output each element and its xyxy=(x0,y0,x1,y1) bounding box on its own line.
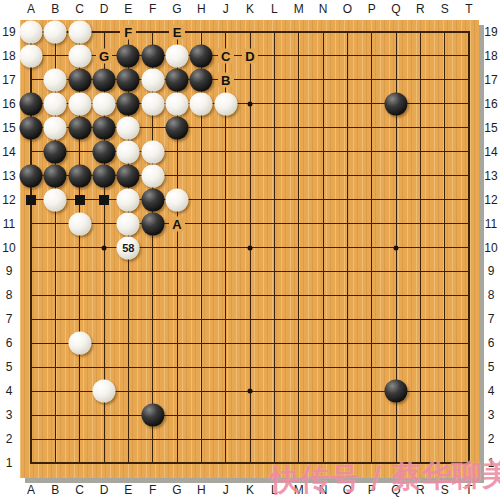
coord-label: 18 xyxy=(2,49,15,63)
coord-label: G xyxy=(172,483,181,497)
coord-label: 3 xyxy=(488,408,495,422)
coord-label: D xyxy=(100,2,109,16)
square-marker xyxy=(75,195,85,205)
black-stone xyxy=(190,68,213,91)
white-stone xyxy=(44,92,67,115)
coord-label: D xyxy=(100,483,109,497)
star-point xyxy=(248,101,253,106)
coord-label: 1 xyxy=(6,456,13,470)
white-stone xyxy=(166,44,189,67)
white-stone xyxy=(93,92,116,115)
coord-label: 12 xyxy=(2,193,15,207)
coord-label: A xyxy=(27,483,35,497)
white-stone xyxy=(117,140,140,163)
coord-label: J xyxy=(223,2,229,16)
black-stone xyxy=(68,164,91,187)
coord-label: 7 xyxy=(488,312,495,326)
white-stone xyxy=(20,44,43,67)
coord-label: 15 xyxy=(484,121,497,135)
coord-label: K xyxy=(246,483,254,497)
coord-label: 16 xyxy=(484,97,497,111)
white-stone xyxy=(141,164,164,187)
white-stone xyxy=(117,188,140,211)
coord-label: B xyxy=(51,2,59,16)
coord-label: 10 xyxy=(2,241,15,255)
white-stone xyxy=(68,21,91,44)
black-stone xyxy=(20,92,43,115)
coord-label: 2 xyxy=(488,432,495,446)
star-point xyxy=(248,245,253,250)
coord-label: R xyxy=(416,2,425,16)
coord-label: 17 xyxy=(2,73,15,87)
coord-label: E xyxy=(124,2,132,16)
star-point xyxy=(102,245,107,250)
white-stone xyxy=(68,212,91,235)
coord-label: O xyxy=(343,2,352,16)
square-marker xyxy=(99,195,109,205)
coord-label: 11 xyxy=(485,217,497,231)
star-point xyxy=(248,389,253,394)
black-stone xyxy=(20,164,43,187)
black-stone xyxy=(385,92,408,115)
coord-label: B xyxy=(51,483,59,497)
coord-label: H xyxy=(197,2,206,16)
coord-label: N xyxy=(319,2,328,16)
coord-label: E xyxy=(124,483,132,497)
coord-label: Q xyxy=(391,2,400,16)
black-stone xyxy=(141,404,164,427)
white-stone xyxy=(166,188,189,211)
square-marker xyxy=(26,195,36,205)
coord-label: 15 xyxy=(2,121,15,135)
black-stone xyxy=(117,44,140,67)
white-stone xyxy=(68,44,91,67)
coord-label: 4 xyxy=(6,384,13,398)
white-stone xyxy=(166,92,189,115)
coord-label: 18 xyxy=(484,49,497,63)
coord-label: L xyxy=(271,2,278,16)
black-stone xyxy=(117,92,140,115)
coord-label: 9 xyxy=(6,264,13,278)
coord-label: 12 xyxy=(484,193,497,207)
coord-label: 6 xyxy=(488,336,495,350)
black-stone xyxy=(93,140,116,163)
point-label-E: E xyxy=(169,25,185,40)
coord-label: 14 xyxy=(484,145,497,159)
coord-label: 8 xyxy=(488,288,495,302)
white-stone xyxy=(44,188,67,211)
black-stone xyxy=(117,68,140,91)
black-stone xyxy=(93,116,116,139)
coord-label: A xyxy=(27,2,35,16)
point-label-F: F xyxy=(120,25,136,40)
coord-label: M xyxy=(294,2,304,16)
point-label-D: D xyxy=(242,48,258,63)
coord-label: P xyxy=(368,2,376,16)
coord-label: 7 xyxy=(6,312,13,326)
coord-label: K xyxy=(246,2,254,16)
white-stone xyxy=(141,92,164,115)
point-label-G: G xyxy=(96,48,112,63)
coord-label: H xyxy=(197,483,206,497)
white-stone xyxy=(117,116,140,139)
coord-label: C xyxy=(75,2,84,16)
coord-label: 19 xyxy=(484,25,497,39)
black-stone xyxy=(117,164,140,187)
coord-label: C xyxy=(75,483,84,497)
coord-label: 3 xyxy=(6,408,13,422)
coord-label: 13 xyxy=(2,169,15,183)
black-stone xyxy=(93,68,116,91)
white-stone xyxy=(44,116,67,139)
go-board: 58FEGCDBA xyxy=(20,20,479,478)
coord-label: 19 xyxy=(2,25,15,39)
white-stone xyxy=(117,212,140,235)
coord-label: F xyxy=(149,2,156,16)
coord-label: 17 xyxy=(484,73,497,87)
white-stone xyxy=(44,68,67,91)
black-stone xyxy=(93,164,116,187)
point-label-C: C xyxy=(218,48,234,63)
black-stone xyxy=(141,44,164,67)
coord-label: T xyxy=(465,2,472,16)
white-stone xyxy=(214,92,237,115)
point-label-A: A xyxy=(169,216,185,231)
white-stone xyxy=(141,140,164,163)
move-number: 58 xyxy=(122,242,134,253)
coord-label: 6 xyxy=(6,336,13,350)
black-stone xyxy=(20,116,43,139)
white-stone xyxy=(93,380,116,403)
coord-label: 11 xyxy=(3,217,15,231)
numbered-stone-58: 58 xyxy=(117,236,140,259)
white-stone xyxy=(68,92,91,115)
coord-label: J xyxy=(223,483,229,497)
coord-label: 5 xyxy=(488,360,495,374)
black-stone xyxy=(385,380,408,403)
point-label-B: B xyxy=(218,72,234,87)
coord-label: 5 xyxy=(6,360,13,374)
black-stone xyxy=(141,188,164,211)
coord-label: 4 xyxy=(488,384,495,398)
coord-label: F xyxy=(149,483,156,497)
white-stone xyxy=(141,68,164,91)
black-stone xyxy=(68,68,91,91)
coord-label: 10 xyxy=(484,241,497,255)
black-stone xyxy=(166,116,189,139)
watermark-text: 快传号 / 蔡华聊美食 xyxy=(270,453,500,500)
star-point xyxy=(394,245,399,250)
black-stone xyxy=(141,212,164,235)
go-diagram: 58FEGCDBA ABCDEFGHJKLMNOPQRST ABCDEFGHJK… xyxy=(0,0,500,500)
white-stone xyxy=(20,21,43,44)
black-stone xyxy=(190,44,213,67)
black-stone xyxy=(44,164,67,187)
coord-label: G xyxy=(172,2,181,16)
coord-label: 8 xyxy=(6,288,13,302)
coord-label: 14 xyxy=(2,145,15,159)
black-stone xyxy=(68,116,91,139)
white-stone xyxy=(190,92,213,115)
black-stone xyxy=(44,140,67,163)
black-stone xyxy=(166,68,189,91)
coord-label: 16 xyxy=(2,97,15,111)
coord-label: 9 xyxy=(488,264,495,278)
coord-label: S xyxy=(441,2,449,16)
coord-label: 2 xyxy=(6,432,13,446)
coord-label: 13 xyxy=(484,169,497,183)
white-stone xyxy=(68,332,91,355)
white-stone xyxy=(44,21,67,44)
